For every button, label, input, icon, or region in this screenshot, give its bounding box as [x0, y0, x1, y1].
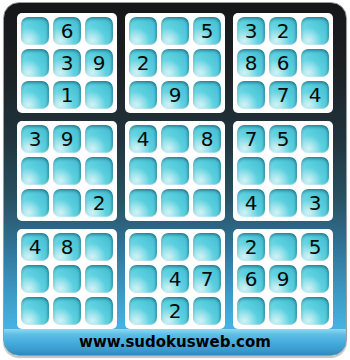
sudoku-cell[interactable]: [53, 157, 81, 185]
sudoku-box: 6391: [17, 13, 117, 113]
sudoku-cell[interactable]: [129, 189, 157, 217]
sudoku-cell[interactable]: [269, 233, 297, 261]
sudoku-cell[interactable]: 2: [237, 233, 265, 261]
sudoku-cell[interactable]: [237, 297, 265, 325]
sudoku-cell[interactable]: 4: [301, 81, 329, 109]
sudoku-cell[interactable]: 9: [53, 125, 81, 153]
sudoku-cell[interactable]: [85, 125, 113, 153]
sudoku-cell[interactable]: 1: [53, 81, 81, 109]
sudoku-cell[interactable]: [301, 17, 329, 45]
sudoku-cell[interactable]: [161, 157, 189, 185]
sudoku-cell[interactable]: 6: [269, 49, 297, 77]
sudoku-cell[interactable]: [237, 81, 265, 109]
sudoku-cell[interactable]: [129, 297, 157, 325]
sudoku-cell[interactable]: [269, 189, 297, 217]
sudoku-cell[interactable]: [85, 157, 113, 185]
sudoku-board: 6391529328674392487543484722569: [4, 3, 346, 329]
sudoku-cell[interactable]: 4: [129, 125, 157, 153]
sudoku-cell[interactable]: 3: [237, 17, 265, 45]
sudoku-box: 529: [125, 13, 225, 113]
sudoku-box: 392: [17, 121, 117, 221]
sudoku-box: 328674: [233, 13, 333, 113]
sudoku-cell[interactable]: [21, 265, 49, 293]
sudoku-cell[interactable]: [85, 297, 113, 325]
sudoku-cell[interactable]: [193, 49, 221, 77]
sudoku-cell[interactable]: 7: [193, 265, 221, 293]
sudoku-cell[interactable]: 6: [53, 17, 81, 45]
sudoku-cell[interactable]: [21, 81, 49, 109]
sudoku-cell[interactable]: 5: [301, 233, 329, 261]
sudoku-box: 48: [17, 229, 117, 329]
board-frame: 6391529328674392487543484722569 www.sudo…: [3, 2, 347, 356]
sudoku-cell[interactable]: 8: [237, 49, 265, 77]
sudoku-cell[interactable]: 9: [161, 81, 189, 109]
sudoku-cell[interactable]: [21, 297, 49, 325]
sudoku-cell[interactable]: 3: [301, 189, 329, 217]
sudoku-cell[interactable]: [301, 49, 329, 77]
sudoku-cell[interactable]: [161, 233, 189, 261]
sudoku-cell[interactable]: [193, 297, 221, 325]
sudoku-cell[interactable]: [301, 265, 329, 293]
sudoku-box: 7543: [233, 121, 333, 221]
sudoku-cell[interactable]: 3: [21, 125, 49, 153]
sudoku-cell[interactable]: [161, 49, 189, 77]
website-text: www.sudokusweb.com: [79, 333, 271, 351]
sudoku-cell[interactable]: 5: [269, 125, 297, 153]
footer-banner: www.sudokusweb.com: [4, 329, 346, 355]
sudoku-page: 6391529328674392487543484722569 www.sudo…: [0, 0, 350, 360]
sudoku-cell[interactable]: [21, 17, 49, 45]
sudoku-cell[interactable]: 3: [53, 49, 81, 77]
sudoku-cell[interactable]: [161, 189, 189, 217]
sudoku-cell[interactable]: [301, 297, 329, 325]
sudoku-cell[interactable]: [85, 265, 113, 293]
sudoku-cell[interactable]: [53, 189, 81, 217]
sudoku-cell[interactable]: 5: [193, 17, 221, 45]
sudoku-cell[interactable]: [301, 125, 329, 153]
sudoku-cell[interactable]: 8: [53, 233, 81, 261]
sudoku-cell[interactable]: [237, 157, 265, 185]
sudoku-cell[interactable]: [53, 265, 81, 293]
sudoku-cell[interactable]: [21, 49, 49, 77]
sudoku-cell[interactable]: [85, 81, 113, 109]
sudoku-cell[interactable]: [21, 189, 49, 217]
sudoku-cell[interactable]: 4: [237, 189, 265, 217]
sudoku-cell[interactable]: [269, 297, 297, 325]
sudoku-cell[interactable]: 9: [269, 265, 297, 293]
sudoku-cell[interactable]: [129, 265, 157, 293]
sudoku-cell[interactable]: 7: [269, 81, 297, 109]
sudoku-cell[interactable]: [85, 233, 113, 261]
sudoku-cell[interactable]: [193, 233, 221, 261]
sudoku-cell[interactable]: [129, 157, 157, 185]
sudoku-cell[interactable]: 2: [85, 189, 113, 217]
sudoku-cell[interactable]: 9: [85, 49, 113, 77]
sudoku-cell[interactable]: 4: [21, 233, 49, 261]
sudoku-cell[interactable]: [269, 157, 297, 185]
sudoku-box: 472: [125, 229, 225, 329]
sudoku-cell[interactable]: 2: [269, 17, 297, 45]
sudoku-cell[interactable]: [193, 81, 221, 109]
sudoku-box: 48: [125, 121, 225, 221]
sudoku-cell[interactable]: 4: [161, 265, 189, 293]
sudoku-cell[interactable]: 2: [161, 297, 189, 325]
sudoku-cell[interactable]: [301, 157, 329, 185]
sudoku-cell[interactable]: [161, 17, 189, 45]
sudoku-cell[interactable]: 8: [193, 125, 221, 153]
sudoku-cell[interactable]: [193, 157, 221, 185]
sudoku-cell[interactable]: [129, 17, 157, 45]
sudoku-box: 2569: [233, 229, 333, 329]
sudoku-cell[interactable]: [161, 125, 189, 153]
sudoku-cell[interactable]: [193, 189, 221, 217]
sudoku-cell[interactable]: [129, 81, 157, 109]
sudoku-cell[interactable]: [129, 233, 157, 261]
sudoku-cell[interactable]: 2: [129, 49, 157, 77]
sudoku-cell[interactable]: [53, 297, 81, 325]
sudoku-cell[interactable]: 6: [237, 265, 265, 293]
sudoku-cell[interactable]: [85, 17, 113, 45]
sudoku-cell[interactable]: 7: [237, 125, 265, 153]
sudoku-cell[interactable]: [21, 157, 49, 185]
